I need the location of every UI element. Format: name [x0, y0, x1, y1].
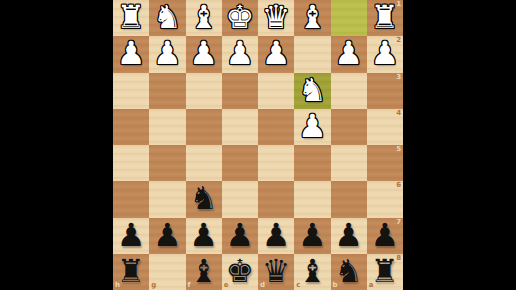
square-a4[interactable]: 4 — [367, 109, 403, 145]
app-background: ♜♞♝♚♛♝♜1♟♟♟♟♟♟♟2♞3♟45♞6♟♟♟♟♟♟♟♟7♜hg♝f♚e♛… — [0, 0, 516, 290]
black-queen[interactable]: ♛ — [262, 255, 291, 287]
square-g1[interactable]: ♞ — [149, 0, 185, 36]
square-f4[interactable] — [186, 109, 222, 145]
square-c2[interactable] — [294, 36, 330, 72]
black-pawn[interactable]: ♟ — [226, 219, 255, 251]
square-e7[interactable]: ♟ — [222, 218, 258, 254]
white-pawn[interactable]: ♟ — [371, 37, 400, 69]
black-bishop[interactable]: ♝ — [189, 255, 218, 287]
square-h6[interactable] — [113, 181, 149, 217]
square-h5[interactable] — [113, 145, 149, 181]
square-h3[interactable] — [113, 73, 149, 109]
square-g4[interactable] — [149, 109, 185, 145]
square-h1[interactable]: ♜ — [113, 0, 149, 36]
white-pawn[interactable]: ♟ — [226, 37, 255, 69]
white-queen[interactable]: ♛ — [262, 1, 291, 33]
square-c5[interactable] — [294, 145, 330, 181]
square-c1[interactable]: ♝ — [294, 0, 330, 36]
square-e1[interactable]: ♚ — [222, 0, 258, 36]
square-e6[interactable] — [222, 181, 258, 217]
square-g8[interactable]: g — [149, 254, 185, 290]
black-pawn[interactable]: ♟ — [298, 219, 327, 251]
chess-board: ♜♞♝♚♛♝♜1♟♟♟♟♟♟♟2♞3♟45♞6♟♟♟♟♟♟♟♟7♜hg♝f♚e♛… — [113, 0, 403, 290]
white-knight[interactable]: ♞ — [153, 1, 182, 33]
black-pawn[interactable]: ♟ — [262, 219, 291, 251]
square-h7[interactable]: ♟ — [113, 218, 149, 254]
white-pawn[interactable]: ♟ — [117, 37, 146, 69]
square-e4[interactable] — [222, 109, 258, 145]
square-c4[interactable]: ♟ — [294, 109, 330, 145]
black-knight[interactable]: ♞ — [334, 255, 363, 287]
square-d4[interactable] — [258, 109, 294, 145]
square-b4[interactable] — [331, 109, 367, 145]
square-b2[interactable]: ♟ — [331, 36, 367, 72]
black-pawn[interactable]: ♟ — [334, 219, 363, 251]
white-pawn[interactable]: ♟ — [189, 37, 218, 69]
square-e8[interactable]: ♚e — [222, 254, 258, 290]
square-h8[interactable]: ♜h — [113, 254, 149, 290]
square-f2[interactable]: ♟ — [186, 36, 222, 72]
rank-label-6: 6 — [396, 182, 401, 189]
square-a2[interactable]: ♟2 — [367, 36, 403, 72]
black-bishop[interactable]: ♝ — [298, 255, 327, 287]
square-g2[interactable]: ♟ — [149, 36, 185, 72]
white-king[interactable]: ♚ — [226, 1, 255, 33]
white-pawn[interactable]: ♟ — [262, 37, 291, 69]
square-f5[interactable] — [186, 145, 222, 181]
square-g5[interactable] — [149, 145, 185, 181]
square-c6[interactable] — [294, 181, 330, 217]
black-king[interactable]: ♚ — [226, 255, 255, 287]
rank-label-5: 5 — [396, 146, 401, 153]
square-d6[interactable] — [258, 181, 294, 217]
square-b3[interactable] — [331, 73, 367, 109]
square-a1[interactable]: ♜1 — [367, 0, 403, 36]
square-f7[interactable]: ♟ — [186, 218, 222, 254]
white-pawn[interactable]: ♟ — [298, 110, 327, 142]
square-g6[interactable] — [149, 181, 185, 217]
rank-label-4: 4 — [396, 110, 401, 117]
square-d2[interactable]: ♟ — [258, 36, 294, 72]
square-e3[interactable] — [222, 73, 258, 109]
white-pawn[interactable]: ♟ — [334, 37, 363, 69]
square-f1[interactable]: ♝ — [186, 0, 222, 36]
rank-label-3: 3 — [396, 74, 401, 81]
square-g3[interactable] — [149, 73, 185, 109]
square-c3[interactable]: ♞ — [294, 73, 330, 109]
square-a3[interactable]: 3 — [367, 73, 403, 109]
square-b6[interactable] — [331, 181, 367, 217]
square-a6[interactable]: 6 — [367, 181, 403, 217]
square-f6[interactable]: ♞ — [186, 181, 222, 217]
square-a8[interactable]: ♜8a — [367, 254, 403, 290]
square-f8[interactable]: ♝f — [186, 254, 222, 290]
black-pawn[interactable]: ♟ — [371, 219, 400, 251]
square-c8[interactable]: ♝c — [294, 254, 330, 290]
black-knight[interactable]: ♞ — [189, 182, 218, 214]
white-bishop[interactable]: ♝ — [298, 1, 327, 33]
square-b5[interactable] — [331, 145, 367, 181]
black-rook[interactable]: ♜ — [117, 255, 146, 287]
square-b1[interactable] — [331, 0, 367, 36]
white-bishop[interactable]: ♝ — [189, 1, 218, 33]
square-d3[interactable] — [258, 73, 294, 109]
square-d8[interactable]: ♛d — [258, 254, 294, 290]
white-knight[interactable]: ♞ — [298, 74, 327, 106]
square-a5[interactable]: 5 — [367, 145, 403, 181]
white-rook[interactable]: ♜ — [371, 1, 400, 33]
square-d7[interactable]: ♟ — [258, 218, 294, 254]
black-pawn[interactable]: ♟ — [189, 219, 218, 251]
square-e2[interactable]: ♟ — [222, 36, 258, 72]
square-d5[interactable] — [258, 145, 294, 181]
square-d1[interactable]: ♛ — [258, 0, 294, 36]
black-pawn[interactable]: ♟ — [117, 219, 146, 251]
square-h2[interactable]: ♟ — [113, 36, 149, 72]
black-pawn[interactable]: ♟ — [153, 219, 182, 251]
square-c7[interactable]: ♟ — [294, 218, 330, 254]
square-b7[interactable]: ♟ — [331, 218, 367, 254]
white-pawn[interactable]: ♟ — [153, 37, 182, 69]
square-e5[interactable] — [222, 145, 258, 181]
square-b8[interactable]: ♞b — [331, 254, 367, 290]
black-rook[interactable]: ♜ — [371, 255, 400, 287]
square-h4[interactable] — [113, 109, 149, 145]
square-f3[interactable] — [186, 73, 222, 109]
file-label-g: g — [151, 282, 156, 289]
white-rook[interactable]: ♜ — [117, 1, 146, 33]
square-a7[interactable]: ♟7 — [367, 218, 403, 254]
square-g7[interactable]: ♟ — [149, 218, 185, 254]
